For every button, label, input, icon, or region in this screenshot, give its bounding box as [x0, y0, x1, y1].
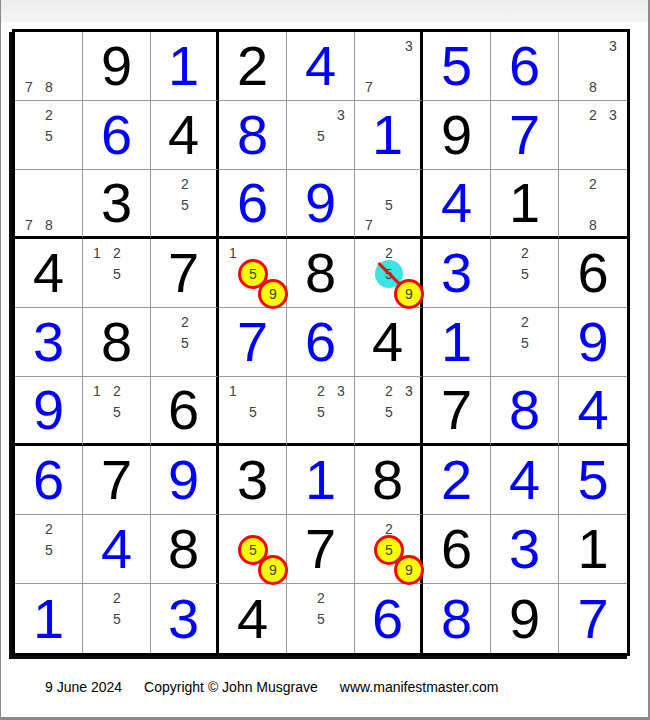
- cell-r6c6[interactable]: 235: [355, 377, 423, 446]
- candidate-2: 2: [39, 519, 59, 539]
- cell-r2c2[interactable]: 6: [83, 101, 151, 170]
- candidate-5: 5: [175, 333, 195, 353]
- candidate-9: 9: [263, 284, 283, 304]
- solved-digit: 9: [33, 382, 64, 438]
- cell-r1c8[interactable]: 6: [491, 32, 559, 101]
- cell-r1c4[interactable]: 2: [219, 32, 287, 101]
- solved-digit: 3: [33, 314, 64, 370]
- candidate-digit: 9: [269, 287, 277, 301]
- candidate-5: 5: [515, 333, 535, 353]
- candidate-5: 5: [311, 609, 331, 629]
- cell-r1c3[interactable]: 1: [151, 32, 219, 101]
- cell-r1c7[interactable]: 5: [423, 32, 491, 101]
- candidate-digit: 7: [365, 218, 373, 232]
- candidate-2: 2: [311, 381, 331, 401]
- cell-r4c1[interactable]: 4: [15, 239, 83, 308]
- candidate-digit: 2: [181, 315, 189, 329]
- cell-r2c1[interactable]: 25: [15, 101, 83, 170]
- cell-r6c9[interactable]: 4: [559, 377, 627, 446]
- cell-r3c5[interactable]: 9: [287, 170, 355, 239]
- cell-r1c2[interactable]: 9: [83, 32, 151, 101]
- candidate-digit: 1: [229, 246, 237, 260]
- cell-r8c3[interactable]: 8: [151, 515, 219, 584]
- candidate-digit: 3: [609, 39, 617, 53]
- given-digit: 4: [372, 314, 403, 370]
- candidate-5: 5: [243, 402, 263, 422]
- solved-digit: 5: [441, 38, 472, 94]
- given-digit: 8: [372, 452, 403, 508]
- cell-r8c9[interactable]: 1: [559, 515, 627, 584]
- candidate-digit: 5: [113, 267, 121, 281]
- cell-r9c9[interactable]: 7: [559, 584, 627, 653]
- footer-date: 9 June 2024: [45, 679, 122, 695]
- cell-r3c6[interactable]: 57: [355, 170, 423, 239]
- cell-r1c6[interactable]: 37: [355, 32, 423, 101]
- candidate-3: 3: [603, 36, 623, 56]
- cell-r3c3[interactable]: 25: [151, 170, 219, 239]
- cell-r5c5[interactable]: 6: [287, 308, 355, 377]
- solved-digit: 2: [441, 452, 472, 508]
- candidate-digit: 3: [337, 108, 345, 122]
- candidate-digit: 5: [521, 267, 529, 281]
- candidate-digit: 8: [589, 218, 597, 232]
- given-digit: 3: [101, 175, 132, 231]
- cell-r5c7[interactable]: 1: [423, 308, 491, 377]
- candidate-5: 5: [379, 402, 399, 422]
- cell-r2c3[interactable]: 4: [151, 101, 219, 170]
- solved-digit: 7: [509, 107, 540, 163]
- cell-r3c4[interactable]: 6: [219, 170, 287, 239]
- cell-r2c5[interactable]: 35: [287, 101, 355, 170]
- solved-digit: 3: [168, 591, 199, 647]
- solved-digit: 8: [509, 382, 540, 438]
- candidate-3: 3: [331, 105, 351, 125]
- cell-r9c1[interactable]: 1: [15, 584, 83, 653]
- cell-r1c5[interactable]: 4: [287, 32, 355, 101]
- given-digit: 4: [33, 245, 64, 301]
- candidate-digit: 7: [25, 218, 33, 232]
- cell-r3c9[interactable]: 28: [559, 170, 627, 239]
- candidate-digit: 5: [181, 198, 189, 212]
- candidate-digit: 2: [521, 246, 529, 260]
- cell-r8c7[interactable]: 6: [423, 515, 491, 584]
- candidate-digit: 5: [113, 405, 121, 419]
- cell-r4c4[interactable]: 159: [219, 239, 287, 308]
- footer-copyright: Copyright © John Musgrave: [144, 679, 318, 695]
- given-digit: 4: [168, 107, 199, 163]
- candidate-2: 2: [515, 243, 535, 263]
- given-digit: 9: [509, 591, 540, 647]
- candidate-digit: 2: [45, 108, 53, 122]
- candidate-digit: 2: [113, 246, 121, 260]
- solved-digit: 1: [33, 591, 64, 647]
- top-bar: [0, 0, 650, 22]
- candidate-1: 1: [223, 243, 243, 263]
- candidate-digit: 5: [385, 543, 393, 557]
- candidate-5: 5: [379, 540, 399, 560]
- candidate-digit: 9: [269, 563, 277, 577]
- candidate-digit: 5: [249, 543, 257, 557]
- candidate-9: 9: [399, 284, 419, 304]
- given-digit: 7: [101, 452, 132, 508]
- candidate-digit: 3: [609, 108, 617, 122]
- candidate-1: 1: [87, 243, 107, 263]
- solved-digit: 4: [509, 452, 540, 508]
- candidate-5: 5: [379, 264, 399, 284]
- candidate-digit: 1: [229, 384, 237, 398]
- cell-r5c8[interactable]: 25: [491, 308, 559, 377]
- candidate-digit: 2: [181, 177, 189, 191]
- candidate-8: 8: [583, 215, 603, 235]
- candidate-digit: 8: [45, 218, 53, 232]
- cell-r4c2[interactable]: 125: [83, 239, 151, 308]
- solved-digit: 8: [441, 591, 472, 647]
- cell-r5c1[interactable]: 3: [15, 308, 83, 377]
- cell-r4c8[interactable]: 25: [491, 239, 559, 308]
- solved-digit: 4: [305, 38, 336, 94]
- candidate-3: 3: [603, 105, 623, 125]
- cell-r4c5[interactable]: 8: [287, 239, 355, 308]
- cell-r9c3[interactable]: 3: [151, 584, 219, 653]
- solved-digit: 6: [372, 591, 403, 647]
- candidate-5: 5: [243, 540, 263, 560]
- solved-digit: 7: [237, 314, 268, 370]
- candidate-digit: 5: [385, 405, 393, 419]
- cell-r1c1[interactable]: 78: [15, 32, 83, 101]
- candidate-digit: 2: [113, 591, 121, 605]
- given-digit: 2: [237, 38, 268, 94]
- candidate-digit: 5: [317, 129, 325, 143]
- candidate-9: 9: [263, 560, 283, 580]
- candidate-digit: 8: [589, 80, 597, 94]
- candidate-digit: 5: [45, 543, 53, 557]
- solved-digit: 1: [305, 452, 336, 508]
- candidate-8: 8: [39, 77, 59, 97]
- candidate-2: 2: [583, 105, 603, 125]
- candidate-2: 2: [311, 588, 331, 608]
- cell-r4c3[interactable]: 7: [151, 239, 219, 308]
- given-digit: 6: [441, 521, 472, 577]
- cell-r7c2[interactable]: 7: [83, 446, 151, 515]
- footer: 9 June 2024Copyright © John Musgravewww.…: [45, 679, 521, 695]
- candidate-2: 2: [379, 243, 399, 263]
- cell-r2c4[interactable]: 8: [219, 101, 287, 170]
- candidate-2: 2: [175, 312, 195, 332]
- cell-r8c8[interactable]: 3: [491, 515, 559, 584]
- candidate-2: 2: [175, 174, 195, 194]
- candidate-5: 5: [379, 195, 399, 215]
- candidate-5: 5: [243, 264, 263, 284]
- solved-digit: 9: [577, 314, 608, 370]
- candidate-7: 7: [19, 215, 39, 235]
- candidate-digit: 5: [181, 336, 189, 350]
- solved-digit: 4: [101, 521, 132, 577]
- given-digit: 9: [441, 107, 472, 163]
- solved-digit: 3: [441, 245, 472, 301]
- candidate-digit: 3: [337, 384, 345, 398]
- cell-r5c4[interactable]: 7: [219, 308, 287, 377]
- candidate-digit: 5: [317, 405, 325, 419]
- solved-digit: 9: [305, 175, 336, 231]
- cell-r4c6[interactable]: 259: [355, 239, 423, 308]
- solved-digit: 6: [101, 107, 132, 163]
- candidate-8: 8: [39, 215, 59, 235]
- given-digit: 9: [101, 38, 132, 94]
- candidate-digit: 2: [45, 522, 53, 536]
- given-digit: 4: [237, 591, 268, 647]
- candidate-digit: 8: [45, 80, 53, 94]
- candidate-digit: 2: [589, 108, 597, 122]
- cell-r6c3[interactable]: 6: [151, 377, 219, 446]
- cell-r3c7[interactable]: 4: [423, 170, 491, 239]
- solved-digit: 8: [237, 107, 268, 163]
- solved-digit: 1: [168, 38, 199, 94]
- candidate-digit: 2: [317, 384, 325, 398]
- cell-r5c9[interactable]: 9: [559, 308, 627, 377]
- cell-r7c5[interactable]: 1: [287, 446, 355, 515]
- cell-r7c1[interactable]: 6: [15, 446, 83, 515]
- candidate-1: 1: [223, 381, 243, 401]
- cell-r9c7[interactable]: 8: [423, 584, 491, 653]
- candidate-2: 2: [107, 243, 127, 263]
- candidate-5: 5: [107, 402, 127, 422]
- solved-digit: 9: [168, 452, 199, 508]
- cell-r5c2[interactable]: 8: [83, 308, 151, 377]
- cell-r2c9[interactable]: 23: [559, 101, 627, 170]
- candidate-2: 2: [379, 381, 399, 401]
- candidate-5: 5: [39, 126, 59, 146]
- candidate-digit: 5: [521, 336, 529, 350]
- candidate-digit: 1: [93, 384, 101, 398]
- candidate-digit: 2: [385, 384, 393, 398]
- candidate-3: 3: [399, 36, 419, 56]
- candidate-1: 1: [87, 381, 107, 401]
- cell-r8c4[interactable]: 59: [219, 515, 287, 584]
- candidate-digit: 2: [385, 246, 393, 260]
- candidate-digit: 5: [249, 405, 257, 419]
- cell-r2c7[interactable]: 9: [423, 101, 491, 170]
- cell-r5c3[interactable]: 25: [151, 308, 219, 377]
- cell-r7c7[interactable]: 2: [423, 446, 491, 515]
- candidate-5: 5: [311, 402, 331, 422]
- solved-digit: 4: [577, 382, 608, 438]
- cell-r7c3[interactable]: 9: [151, 446, 219, 515]
- candidate-digit: 5: [45, 129, 53, 143]
- candidate-digit: 9: [405, 563, 413, 577]
- solved-digit: 6: [305, 314, 336, 370]
- cell-r9c4[interactable]: 4: [219, 584, 287, 653]
- candidate-5: 5: [175, 195, 195, 215]
- candidate-digit: 7: [25, 80, 33, 94]
- candidate-8: 8: [583, 77, 603, 97]
- candidate-digit: 5: [249, 267, 257, 281]
- cell-r3c2[interactable]: 3: [83, 170, 151, 239]
- cell-r8c6[interactable]: 259: [355, 515, 423, 584]
- cell-r4c9[interactable]: 6: [559, 239, 627, 308]
- solved-digit: 1: [441, 314, 472, 370]
- solved-digit: 6: [237, 175, 268, 231]
- candidate-5: 5: [311, 126, 331, 146]
- candidate-5: 5: [107, 609, 127, 629]
- sudoku-board: 7891243756382564835197237832569574128412…: [12, 29, 630, 656]
- given-digit: 6: [577, 245, 608, 301]
- candidate-digit: 5: [385, 198, 393, 212]
- candidate-2: 2: [39, 105, 59, 125]
- candidate-digit: 2: [385, 522, 393, 536]
- cell-r8c1[interactable]: 25: [15, 515, 83, 584]
- candidate-digit: 7: [365, 80, 373, 94]
- solved-digit: 4: [441, 175, 472, 231]
- candidate-digit: 5: [113, 612, 121, 626]
- cell-r2c8[interactable]: 7: [491, 101, 559, 170]
- candidate-5: 5: [107, 264, 127, 284]
- given-digit: 1: [577, 521, 608, 577]
- cell-r1c9[interactable]: 38: [559, 32, 627, 101]
- cell-r9c6[interactable]: 6: [355, 584, 423, 653]
- given-digit: 7: [305, 521, 336, 577]
- solved-digit: 3: [509, 521, 540, 577]
- cell-r3c8[interactable]: 1: [491, 170, 559, 239]
- solved-digit: 5: [577, 452, 608, 508]
- candidate-digit: 2: [521, 315, 529, 329]
- cell-r6c4[interactable]: 15: [219, 377, 287, 446]
- solved-digit: 6: [509, 38, 540, 94]
- given-digit: 8: [168, 521, 199, 577]
- candidate-2: 2: [515, 312, 535, 332]
- cell-r9c5[interactable]: 25: [287, 584, 355, 653]
- candidate-2: 2: [107, 381, 127, 401]
- cell-r8c2[interactable]: 4: [83, 515, 151, 584]
- given-digit: 7: [441, 382, 472, 438]
- cell-r4c7[interactable]: 3: [423, 239, 491, 308]
- cell-r9c8[interactable]: 9: [491, 584, 559, 653]
- candidate-5: 5: [515, 264, 535, 284]
- solved-digit: 7: [577, 591, 608, 647]
- candidate-digit: 3: [405, 39, 413, 53]
- cell-r6c2[interactable]: 125: [83, 377, 151, 446]
- candidate-digit: 9: [405, 287, 413, 301]
- candidate-digit: 2: [113, 384, 121, 398]
- cell-r5c6[interactable]: 4: [355, 308, 423, 377]
- cell-r6c7[interactable]: 7: [423, 377, 491, 446]
- cell-r6c1[interactable]: 9: [15, 377, 83, 446]
- candidate-3: 3: [399, 381, 419, 401]
- given-digit: 1: [509, 175, 540, 231]
- solved-digit: 6: [33, 452, 64, 508]
- cell-r7c9[interactable]: 5: [559, 446, 627, 515]
- candidate-digit: 1: [93, 246, 101, 260]
- cell-r3c1[interactable]: 78: [15, 170, 83, 239]
- cell-r8c5[interactable]: 7: [287, 515, 355, 584]
- cell-r7c6[interactable]: 8: [355, 446, 423, 515]
- candidate-digit: 3: [405, 384, 413, 398]
- given-digit: 8: [101, 314, 132, 370]
- candidate-7: 7: [359, 77, 379, 97]
- cell-r2c6[interactable]: 1: [355, 101, 423, 170]
- solved-digit: 1: [372, 107, 403, 163]
- candidate-7: 7: [19, 77, 39, 97]
- candidate-digit: 2: [589, 177, 597, 191]
- cell-r7c8[interactable]: 4: [491, 446, 559, 515]
- footer-url: www.manifestmaster.com: [340, 679, 499, 695]
- cell-r7c4[interactable]: 3: [219, 446, 287, 515]
- candidate-7: 7: [359, 215, 379, 235]
- cell-r9c2[interactable]: 25: [83, 584, 151, 653]
- candidate-digit: 5: [317, 612, 325, 626]
- candidate-5: 5: [39, 540, 59, 560]
- given-digit: 6: [168, 382, 199, 438]
- cell-r6c5[interactable]: 235: [287, 377, 355, 446]
- candidate-2: 2: [583, 174, 603, 194]
- candidate-2: 2: [107, 588, 127, 608]
- given-digit: 7: [168, 245, 199, 301]
- candidate-9: 9: [399, 560, 419, 580]
- given-digit: 8: [305, 245, 336, 301]
- candidate-digit: 2: [317, 591, 325, 605]
- given-digit: 3: [237, 452, 268, 508]
- cell-r6c8[interactable]: 8: [491, 377, 559, 446]
- candidate-3: 3: [331, 381, 351, 401]
